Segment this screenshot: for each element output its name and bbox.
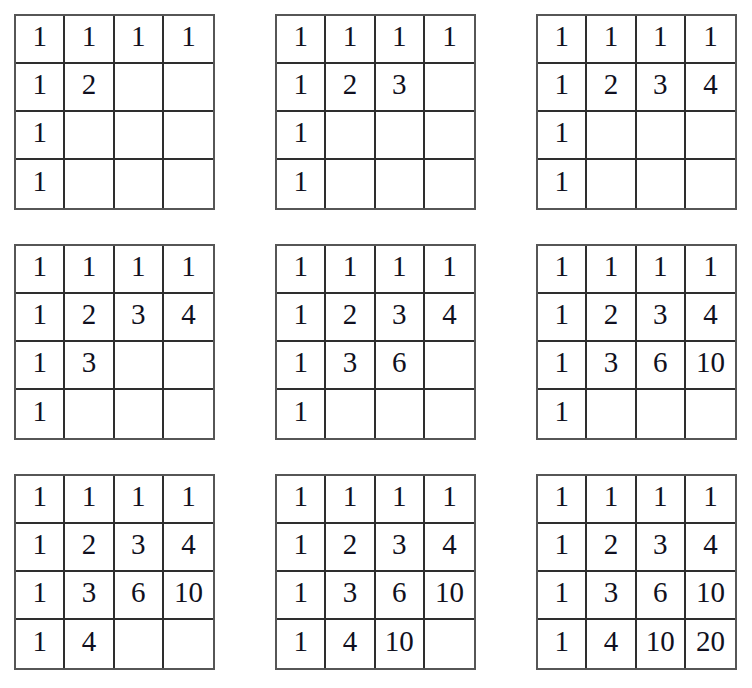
dp-grid-step-5: 111112341361 bbox=[275, 244, 476, 440]
grid-cell bbox=[425, 64, 474, 112]
grid-cell: 10 bbox=[686, 342, 735, 390]
grid-cell: 2 bbox=[65, 64, 114, 112]
grid-cell: 2 bbox=[326, 64, 375, 112]
grid-cell: 1 bbox=[277, 620, 326, 668]
grid-cell: 1 bbox=[277, 16, 326, 64]
grid-cell: 4 bbox=[326, 620, 375, 668]
grid-cell: 1 bbox=[277, 342, 326, 390]
grid-cell: 1 bbox=[16, 342, 65, 390]
grid-cell: 6 bbox=[637, 342, 686, 390]
grid-cell: 1 bbox=[538, 64, 587, 112]
grid-cell: 1 bbox=[16, 524, 65, 572]
grid-cell: 4 bbox=[686, 64, 735, 112]
grid-cell: 2 bbox=[326, 294, 375, 342]
grid-cell: 1 bbox=[65, 16, 114, 64]
grid-cell: 1 bbox=[587, 16, 636, 64]
grid-cell: 1 bbox=[65, 246, 114, 294]
grid-cell: 10 bbox=[686, 572, 735, 620]
grid-cell bbox=[425, 390, 474, 438]
grid-cell: 1 bbox=[277, 160, 326, 208]
grid-cell bbox=[686, 160, 735, 208]
grid-cell bbox=[164, 64, 213, 112]
grid-cell: 3 bbox=[326, 342, 375, 390]
grid-cell: 1 bbox=[16, 390, 65, 438]
grid-cell: 10 bbox=[376, 620, 425, 668]
grid-cell: 3 bbox=[115, 294, 164, 342]
dp-grid-worksheet: 1111121111111231111111234111111123413111… bbox=[0, 0, 752, 688]
grid-cell bbox=[376, 160, 425, 208]
grid-cell: 1 bbox=[376, 476, 425, 524]
grid-cell bbox=[65, 390, 114, 438]
grid-cell: 3 bbox=[115, 524, 164, 572]
grid-cell: 1 bbox=[277, 64, 326, 112]
grid-cell: 1 bbox=[164, 16, 213, 64]
grid-cell: 3 bbox=[376, 524, 425, 572]
grid-cell: 10 bbox=[164, 572, 213, 620]
grid-cell: 1 bbox=[686, 246, 735, 294]
dp-grid-step-1: 11111211 bbox=[14, 14, 215, 210]
grid-cell: 1 bbox=[326, 246, 375, 294]
grid-cell: 3 bbox=[376, 64, 425, 112]
dp-grid-step-3: 1111123411 bbox=[536, 14, 737, 210]
grid-cell bbox=[164, 390, 213, 438]
grid-cell: 1 bbox=[587, 476, 636, 524]
dp-grid-step-6: 11111234136101 bbox=[536, 244, 737, 440]
grid-cell: 1 bbox=[277, 524, 326, 572]
grid-cell: 1 bbox=[16, 572, 65, 620]
grid-cell bbox=[326, 160, 375, 208]
grid-cell: 2 bbox=[65, 524, 114, 572]
grid-cell bbox=[164, 160, 213, 208]
grid-cell bbox=[637, 112, 686, 160]
grid-cell: 1 bbox=[115, 16, 164, 64]
grid-cell: 1 bbox=[277, 390, 326, 438]
dp-grid-step-8: 11111234136101410 bbox=[275, 474, 476, 670]
grid-cell: 1 bbox=[326, 16, 375, 64]
grid-cell: 1 bbox=[16, 620, 65, 668]
grid-cell: 1 bbox=[16, 64, 65, 112]
grid-cell: 1 bbox=[538, 16, 587, 64]
grid-cell: 6 bbox=[376, 572, 425, 620]
grid-cell: 1 bbox=[16, 246, 65, 294]
grid-cell: 2 bbox=[326, 524, 375, 572]
grid-cell bbox=[164, 620, 213, 668]
grid-cell: 3 bbox=[587, 342, 636, 390]
grid-cell: 1 bbox=[538, 342, 587, 390]
grid-cell bbox=[425, 620, 474, 668]
grid-cell: 6 bbox=[115, 572, 164, 620]
grid-cell: 1 bbox=[538, 476, 587, 524]
grid-cell: 1 bbox=[538, 112, 587, 160]
grid-cell: 1 bbox=[277, 476, 326, 524]
grid-cell: 3 bbox=[637, 524, 686, 572]
grid-cell: 1 bbox=[16, 476, 65, 524]
grid-cell: 4 bbox=[164, 294, 213, 342]
grid-cell: 1 bbox=[538, 524, 587, 572]
grid-cell bbox=[425, 342, 474, 390]
grid-cell: 1 bbox=[538, 620, 587, 668]
grid-cell: 3 bbox=[637, 64, 686, 112]
grid-cell bbox=[115, 342, 164, 390]
grid-cell bbox=[425, 112, 474, 160]
grid-cell: 4 bbox=[425, 524, 474, 572]
grid-cell: 1 bbox=[277, 572, 326, 620]
grid-cell: 3 bbox=[65, 572, 114, 620]
grid-cell: 1 bbox=[277, 294, 326, 342]
grid-cell: 1 bbox=[16, 16, 65, 64]
grid-cell: 1 bbox=[164, 246, 213, 294]
grid-cell bbox=[164, 342, 213, 390]
grid-cell bbox=[115, 64, 164, 112]
grid-cell bbox=[115, 620, 164, 668]
grid-cell: 6 bbox=[637, 572, 686, 620]
grid-cell: 1 bbox=[376, 16, 425, 64]
grid-cell: 1 bbox=[425, 476, 474, 524]
grid-cell bbox=[587, 160, 636, 208]
grid-cell bbox=[425, 160, 474, 208]
grid-cell: 1 bbox=[538, 160, 587, 208]
grid-cell: 1 bbox=[637, 16, 686, 64]
grid-cell: 1 bbox=[686, 476, 735, 524]
grid-cell: 10 bbox=[425, 572, 474, 620]
grid-cell bbox=[65, 112, 114, 160]
grid-cell: 1 bbox=[587, 246, 636, 294]
grid-cell: 1 bbox=[538, 246, 587, 294]
grid-cell bbox=[115, 160, 164, 208]
grid-cell: 2 bbox=[587, 294, 636, 342]
grid-cell: 1 bbox=[16, 160, 65, 208]
grid-cell bbox=[376, 390, 425, 438]
grid-cell: 1 bbox=[637, 476, 686, 524]
grid-cell bbox=[65, 160, 114, 208]
grid-cell: 4 bbox=[686, 294, 735, 342]
grid-cell: 1 bbox=[277, 112, 326, 160]
grid-cell bbox=[637, 390, 686, 438]
grid-cell: 2 bbox=[587, 524, 636, 572]
grid-cell: 1 bbox=[164, 476, 213, 524]
grid-cell bbox=[637, 160, 686, 208]
grid-cell bbox=[164, 112, 213, 160]
grid-cell: 1 bbox=[538, 572, 587, 620]
grid-cell bbox=[686, 112, 735, 160]
grid-cell: 1 bbox=[376, 246, 425, 294]
grid-cell bbox=[376, 112, 425, 160]
dp-grid-step-9: 1111123413610141020 bbox=[536, 474, 737, 670]
grid-cell: 3 bbox=[587, 572, 636, 620]
grid-cell: 2 bbox=[65, 294, 114, 342]
grid-cell: 3 bbox=[326, 572, 375, 620]
grid-cell: 3 bbox=[376, 294, 425, 342]
grid-cell: 6 bbox=[376, 342, 425, 390]
grid-cell: 1 bbox=[425, 16, 474, 64]
grid-cell: 4 bbox=[425, 294, 474, 342]
grid-cell bbox=[326, 112, 375, 160]
grid-cell: 20 bbox=[686, 620, 735, 668]
grid-cell: 1 bbox=[16, 294, 65, 342]
grid-cell: 4 bbox=[587, 620, 636, 668]
grid-cell: 3 bbox=[65, 342, 114, 390]
grid-cell: 4 bbox=[164, 524, 213, 572]
grid-cell: 1 bbox=[326, 476, 375, 524]
dp-grid-step-7: 111112341361014 bbox=[14, 474, 215, 670]
dp-grid-step-2: 111112311 bbox=[275, 14, 476, 210]
grid-cell: 1 bbox=[425, 246, 474, 294]
grid-cell: 1 bbox=[115, 476, 164, 524]
grid-cell: 1 bbox=[65, 476, 114, 524]
grid-cell: 3 bbox=[637, 294, 686, 342]
grid-cell: 1 bbox=[686, 16, 735, 64]
grid-cell: 1 bbox=[538, 294, 587, 342]
grid-cell: 1 bbox=[637, 246, 686, 294]
grid-cell: 10 bbox=[637, 620, 686, 668]
grid-cell bbox=[115, 390, 164, 438]
grids-container: 1111121111111231111111234111111123413111… bbox=[14, 14, 737, 670]
grid-cell: 1 bbox=[16, 112, 65, 160]
grid-cell: 4 bbox=[65, 620, 114, 668]
grid-cell bbox=[587, 390, 636, 438]
grid-cell bbox=[686, 390, 735, 438]
grid-cell: 4 bbox=[686, 524, 735, 572]
grid-cell bbox=[326, 390, 375, 438]
grid-cell: 1 bbox=[115, 246, 164, 294]
grid-cell: 1 bbox=[277, 246, 326, 294]
grid-cell: 2 bbox=[587, 64, 636, 112]
grid-cell: 1 bbox=[538, 390, 587, 438]
grid-cell bbox=[587, 112, 636, 160]
grid-cell bbox=[115, 112, 164, 160]
dp-grid-step-4: 11111234131 bbox=[14, 244, 215, 440]
